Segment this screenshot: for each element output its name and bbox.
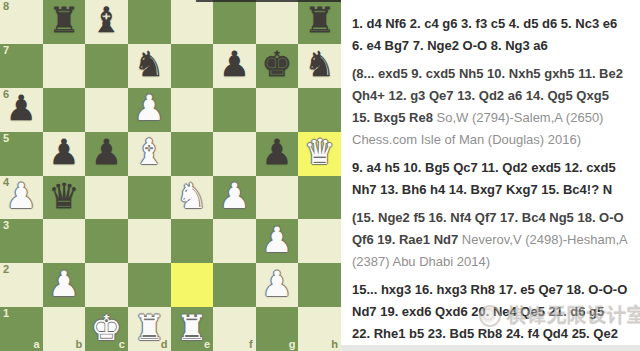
chess-analysis-view: 8♜♝♜7♞♟♚♞6♟♟5♟♟♝♟♛4♟♛♞♟3♟2♟♟1abc♚d♜e♜fgh…: [0, 0, 640, 351]
square-c2[interactable]: [85, 263, 128, 307]
move-text: 9. a4 h5 10. Bg5 Qc7 11. Qd2 exd5 12. cx…: [352, 160, 616, 175]
square-f5[interactable]: [213, 132, 256, 176]
notation-line: (15. Nge2 f5 16. Nf4 Qf7 17. Bc4 Ng5 18.…: [352, 206, 634, 228]
move-text: 22. Rhe1 b5 23. Bd5 Rb8 24. f4 Qd4 25. Q…: [352, 326, 618, 341]
file-label-h: h: [331, 339, 338, 350]
move-text: Nd7 19. exd6 Qxd6 20. Ne4 Qe5 21. d6 g5: [352, 304, 604, 319]
move-text: Qf6 19. Rae1 Nd7: [352, 232, 462, 247]
chess-board[interactable]: 8♜♝♜7♞♟♚♞6♟♟5♟♟♝♟♛4♟♛♞♟3♟2♟♟1abc♚d♜e♜fgh: [0, 0, 341, 351]
notation-paragraph-3: 9. a4 h5 10. Bg5 Qc7 11. Qd2 exd5 12. cx…: [352, 156, 634, 200]
file-label-f: f: [249, 339, 253, 350]
notation-line: 22. Rhe1 b5 23. Bd5 Rb8 24. f4 Qd4 25. Q…: [352, 322, 634, 344]
square-e8[interactable]: [171, 0, 214, 44]
white-pawn[interactable]: ♟: [261, 267, 292, 302]
square-e2[interactable]: [171, 263, 214, 307]
square-c6[interactable]: [85, 88, 128, 132]
move-text: (15. Nge2 f5 16. Nf4 Qf7 17. Bc4 Ng5 18.…: [352, 210, 624, 225]
rank-label-3: 3: [3, 220, 9, 231]
notation-line: 9. a4 h5 10. Bg5 Qc7 11. Qd2 exd5 12. cx…: [352, 156, 634, 178]
square-b3[interactable]: [43, 219, 86, 263]
black-pawn[interactable]: ♟: [6, 91, 37, 126]
square-d4[interactable]: [128, 176, 171, 220]
move-text: 15. Bxg5 Re8: [352, 110, 437, 125]
black-pawn[interactable]: ♟: [261, 135, 292, 170]
notation-line: Nh7 13. Bh6 h4 14. Bxg7 Kxg7 15. Bc4!? N: [352, 178, 634, 200]
square-f8[interactable]: [213, 0, 256, 44]
white-pawn[interactable]: ♟: [133, 91, 164, 126]
square-b4[interactable]: ♛: [43, 176, 86, 220]
square-c8[interactable]: ♝: [85, 0, 128, 44]
square-h3[interactable]: [298, 219, 341, 263]
notation-line: Chess.com Isle of Man (Douglas) 2016): [352, 128, 634, 150]
rank-label-5: 5: [3, 133, 9, 144]
notation-line: Qf6 19. Rae1 Nd7 Neverov,V (2498)-Hesham…: [352, 228, 634, 250]
square-b7[interactable]: [43, 44, 86, 88]
white-pawn[interactable]: ♟: [48, 267, 79, 302]
white-queen[interactable]: ♛: [304, 135, 335, 170]
square-f6[interactable]: [213, 88, 256, 132]
square-a4[interactable]: 4♟: [0, 176, 43, 220]
square-a1[interactable]: 1a: [0, 307, 43, 351]
square-e5[interactable]: [171, 132, 214, 176]
black-bishop[interactable]: ♝: [91, 3, 122, 38]
white-bishop[interactable]: ♝: [133, 135, 164, 170]
white-rook[interactable]: ♜: [133, 311, 164, 346]
square-d7[interactable]: ♞: [128, 44, 171, 88]
square-b5[interactable]: ♟: [43, 132, 86, 176]
black-pawn[interactable]: ♟: [219, 47, 250, 82]
square-f4[interactable]: ♟: [213, 176, 256, 220]
rank-label-2: 2: [3, 264, 9, 275]
square-g2[interactable]: ♟: [256, 263, 299, 307]
square-g4[interactable]: [256, 176, 299, 220]
square-a8[interactable]: 8: [0, 0, 43, 44]
square-h7[interactable]: ♞: [298, 44, 341, 88]
square-c1[interactable]: c♚: [85, 307, 128, 351]
game-citation: So,W (2794)-Salem,A (2650): [437, 110, 604, 125]
square-d8[interactable]: [128, 0, 171, 44]
black-rook[interactable]: ♜: [48, 3, 79, 38]
square-c3[interactable]: [85, 219, 128, 263]
square-e4[interactable]: ♞: [171, 176, 214, 220]
bottom-strip: [341, 345, 640, 351]
square-a2[interactable]: 2: [0, 263, 43, 307]
square-b6[interactable]: [43, 88, 86, 132]
black-pawn[interactable]: ♟: [48, 135, 79, 170]
square-a3[interactable]: 3: [0, 219, 43, 263]
black-king[interactable]: ♚: [261, 47, 292, 82]
square-h5[interactable]: ♛: [298, 132, 341, 176]
square-a7[interactable]: 7: [0, 44, 43, 88]
square-c5[interactable]: ♟: [85, 132, 128, 176]
square-h6[interactable]: [298, 88, 341, 132]
square-a6[interactable]: 6♟: [0, 88, 43, 132]
white-pawn[interactable]: ♟: [219, 179, 250, 214]
move-text: Qh4+ 12. g3 Qe7 13. Qd2 a6 14. Qg5 Qxg5: [352, 88, 609, 103]
square-h4[interactable]: [298, 176, 341, 220]
square-f7[interactable]: ♟: [213, 44, 256, 88]
notation-paragraph-1: 1. d4 Nf6 2. c4 g6 3. f3 c5 4. d5 d6 5. …: [352, 12, 634, 56]
black-queen[interactable]: ♛: [48, 179, 79, 214]
square-f3[interactable]: [213, 219, 256, 263]
notation-paragraph-4: (15. Nge2 f5 16. Nf4 Qf7 17. Bc4 Ng5 18.…: [352, 206, 634, 272]
file-label-a: a: [34, 339, 40, 350]
square-c7[interactable]: [85, 44, 128, 88]
square-e7[interactable]: [171, 44, 214, 88]
square-b8[interactable]: ♜: [43, 0, 86, 44]
square-c4[interactable]: [85, 176, 128, 220]
notation-line: 1. d4 Nf6 2. c4 g6 3. f3 c5 4. d5 d6 5. …: [352, 12, 634, 34]
square-g3[interactable]: ♟: [256, 219, 299, 263]
board-top-edge: [196, 0, 341, 2]
white-king[interactable]: ♚: [91, 311, 122, 346]
square-f2[interactable]: [213, 263, 256, 307]
square-g8[interactable]: [256, 0, 299, 44]
square-d6[interactable]: ♟: [128, 88, 171, 132]
notation-paragraph-5: 15... hxg3 16. hxg3 Rh8 17. e5 Qe7 18. O…: [352, 278, 634, 351]
move-text: 6. e4 Bg7 7. Nge2 O-O 8. Ng3 a6: [352, 38, 548, 53]
notation-line: Nd7 19. exd6 Qxd6 20. Ne4 Qe5 21. d6 g5: [352, 300, 634, 322]
notation-line: 6. e4 Bg7 7. Nge2 O-O 8. Ng3 a6: [352, 34, 634, 56]
square-a5[interactable]: 5: [0, 132, 43, 176]
white-pawn[interactable]: ♟: [261, 223, 292, 258]
square-b2[interactable]: ♟: [43, 263, 86, 307]
game-citation: Chess.com Isle of Man (Douglas) 2016): [352, 132, 581, 147]
square-d3[interactable]: [128, 219, 171, 263]
rank-label-8: 8: [3, 1, 9, 12]
game-citation: (2387) Abu Dhabi 2014): [352, 254, 490, 269]
square-e3[interactable]: [171, 219, 214, 263]
white-rook[interactable]: ♜: [176, 311, 207, 346]
black-pawn[interactable]: ♟: [91, 135, 122, 170]
notation-line: 15. Bxg5 Re8 So,W (2794)-Salem,A (2650): [352, 106, 634, 128]
move-text: (8... exd5 9. cxd5 Nh5 10. Nxh5 gxh5 11.…: [352, 66, 623, 81]
move-text: 1. d4 Nf6 2. c4 g6 3. f3 c5 4. d5 d6 5. …: [352, 16, 617, 31]
square-d2[interactable]: [128, 263, 171, 307]
square-d1[interactable]: d♜: [128, 307, 171, 351]
move-text: Nh7 13. Bh6 h4 14. Bxg7 Kxg7 15. Bc4!? N: [352, 182, 612, 197]
square-h2[interactable]: [298, 263, 341, 307]
square-e6[interactable]: [171, 88, 214, 132]
square-g6[interactable]: [256, 88, 299, 132]
rank-label-7: 7: [3, 45, 9, 56]
square-h8[interactable]: ♜: [298, 0, 341, 44]
file-label-b: b: [76, 339, 83, 350]
notation-line: (8... exd5 9. cxd5 Nh5 10. Nxh5 gxh5 11.…: [352, 62, 634, 84]
move-notation-panel: 1. d4 Nf6 2. c4 g6 3. f3 c5 4. d5 d6 5. …: [352, 0, 634, 351]
game-citation: Neverov,V (2498)-Hesham,A: [462, 232, 628, 247]
white-pawn[interactable]: ♟: [6, 179, 37, 214]
square-b1[interactable]: b: [43, 307, 86, 351]
black-knight[interactable]: ♞: [304, 47, 335, 82]
square-g5[interactable]: ♟: [256, 132, 299, 176]
square-d5[interactable]: ♝: [128, 132, 171, 176]
notation-line: 15... hxg3 16. hxg3 Rh8 17. e5 Qe7 18. O…: [352, 278, 634, 300]
square-g7[interactable]: ♚: [256, 44, 299, 88]
square-e1[interactable]: e♜: [171, 307, 214, 351]
notation-paragraph-2: (8... exd5 9. cxd5 Nh5 10. Nxh5 gxh5 11.…: [352, 62, 634, 150]
notation-line: (2387) Abu Dhabi 2014): [352, 250, 634, 272]
notation-line: Qh4+ 12. g3 Qe7 13. Qd2 a6 14. Qg5 Qxg5: [352, 84, 634, 106]
black-rook[interactable]: ♜: [304, 3, 335, 38]
white-knight[interactable]: ♞: [176, 179, 207, 214]
move-text: 15... hxg3 16. hxg3 Rh8 17. e5 Qe7 18. O…: [352, 282, 627, 297]
black-knight[interactable]: ♞: [133, 47, 164, 82]
file-label-g: g: [289, 339, 296, 350]
square-g1[interactable]: g: [256, 307, 299, 351]
square-h1[interactable]: h: [298, 307, 341, 351]
rank-label-1: 1: [3, 308, 9, 319]
square-f1[interactable]: f: [213, 307, 256, 351]
